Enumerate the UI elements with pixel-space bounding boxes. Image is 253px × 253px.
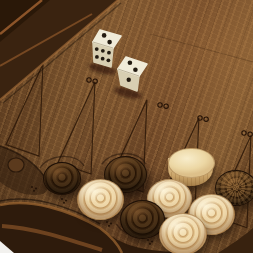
- die-1-front-pip: [106, 58, 110, 62]
- die-1-top-pip: [107, 40, 112, 45]
- die-1-front-pip: [95, 55, 99, 59]
- die-2-top-pip: [133, 68, 138, 73]
- die-1-front-pip: [101, 57, 105, 61]
- backgammon-board-photo: [0, 0, 253, 253]
- die-2-top-pip: [128, 60, 133, 65]
- die-1-front-pip: [101, 49, 105, 53]
- die-1[interactable]: [87, 30, 121, 77]
- die-1-top-pip: [102, 33, 107, 38]
- die-1-front-pip: [95, 47, 99, 51]
- dice-layer: [0, 0, 253, 253]
- die-1-front-pip: [107, 51, 111, 55]
- die-2-front-pip: [127, 78, 131, 82]
- die-2[interactable]: [113, 57, 147, 101]
